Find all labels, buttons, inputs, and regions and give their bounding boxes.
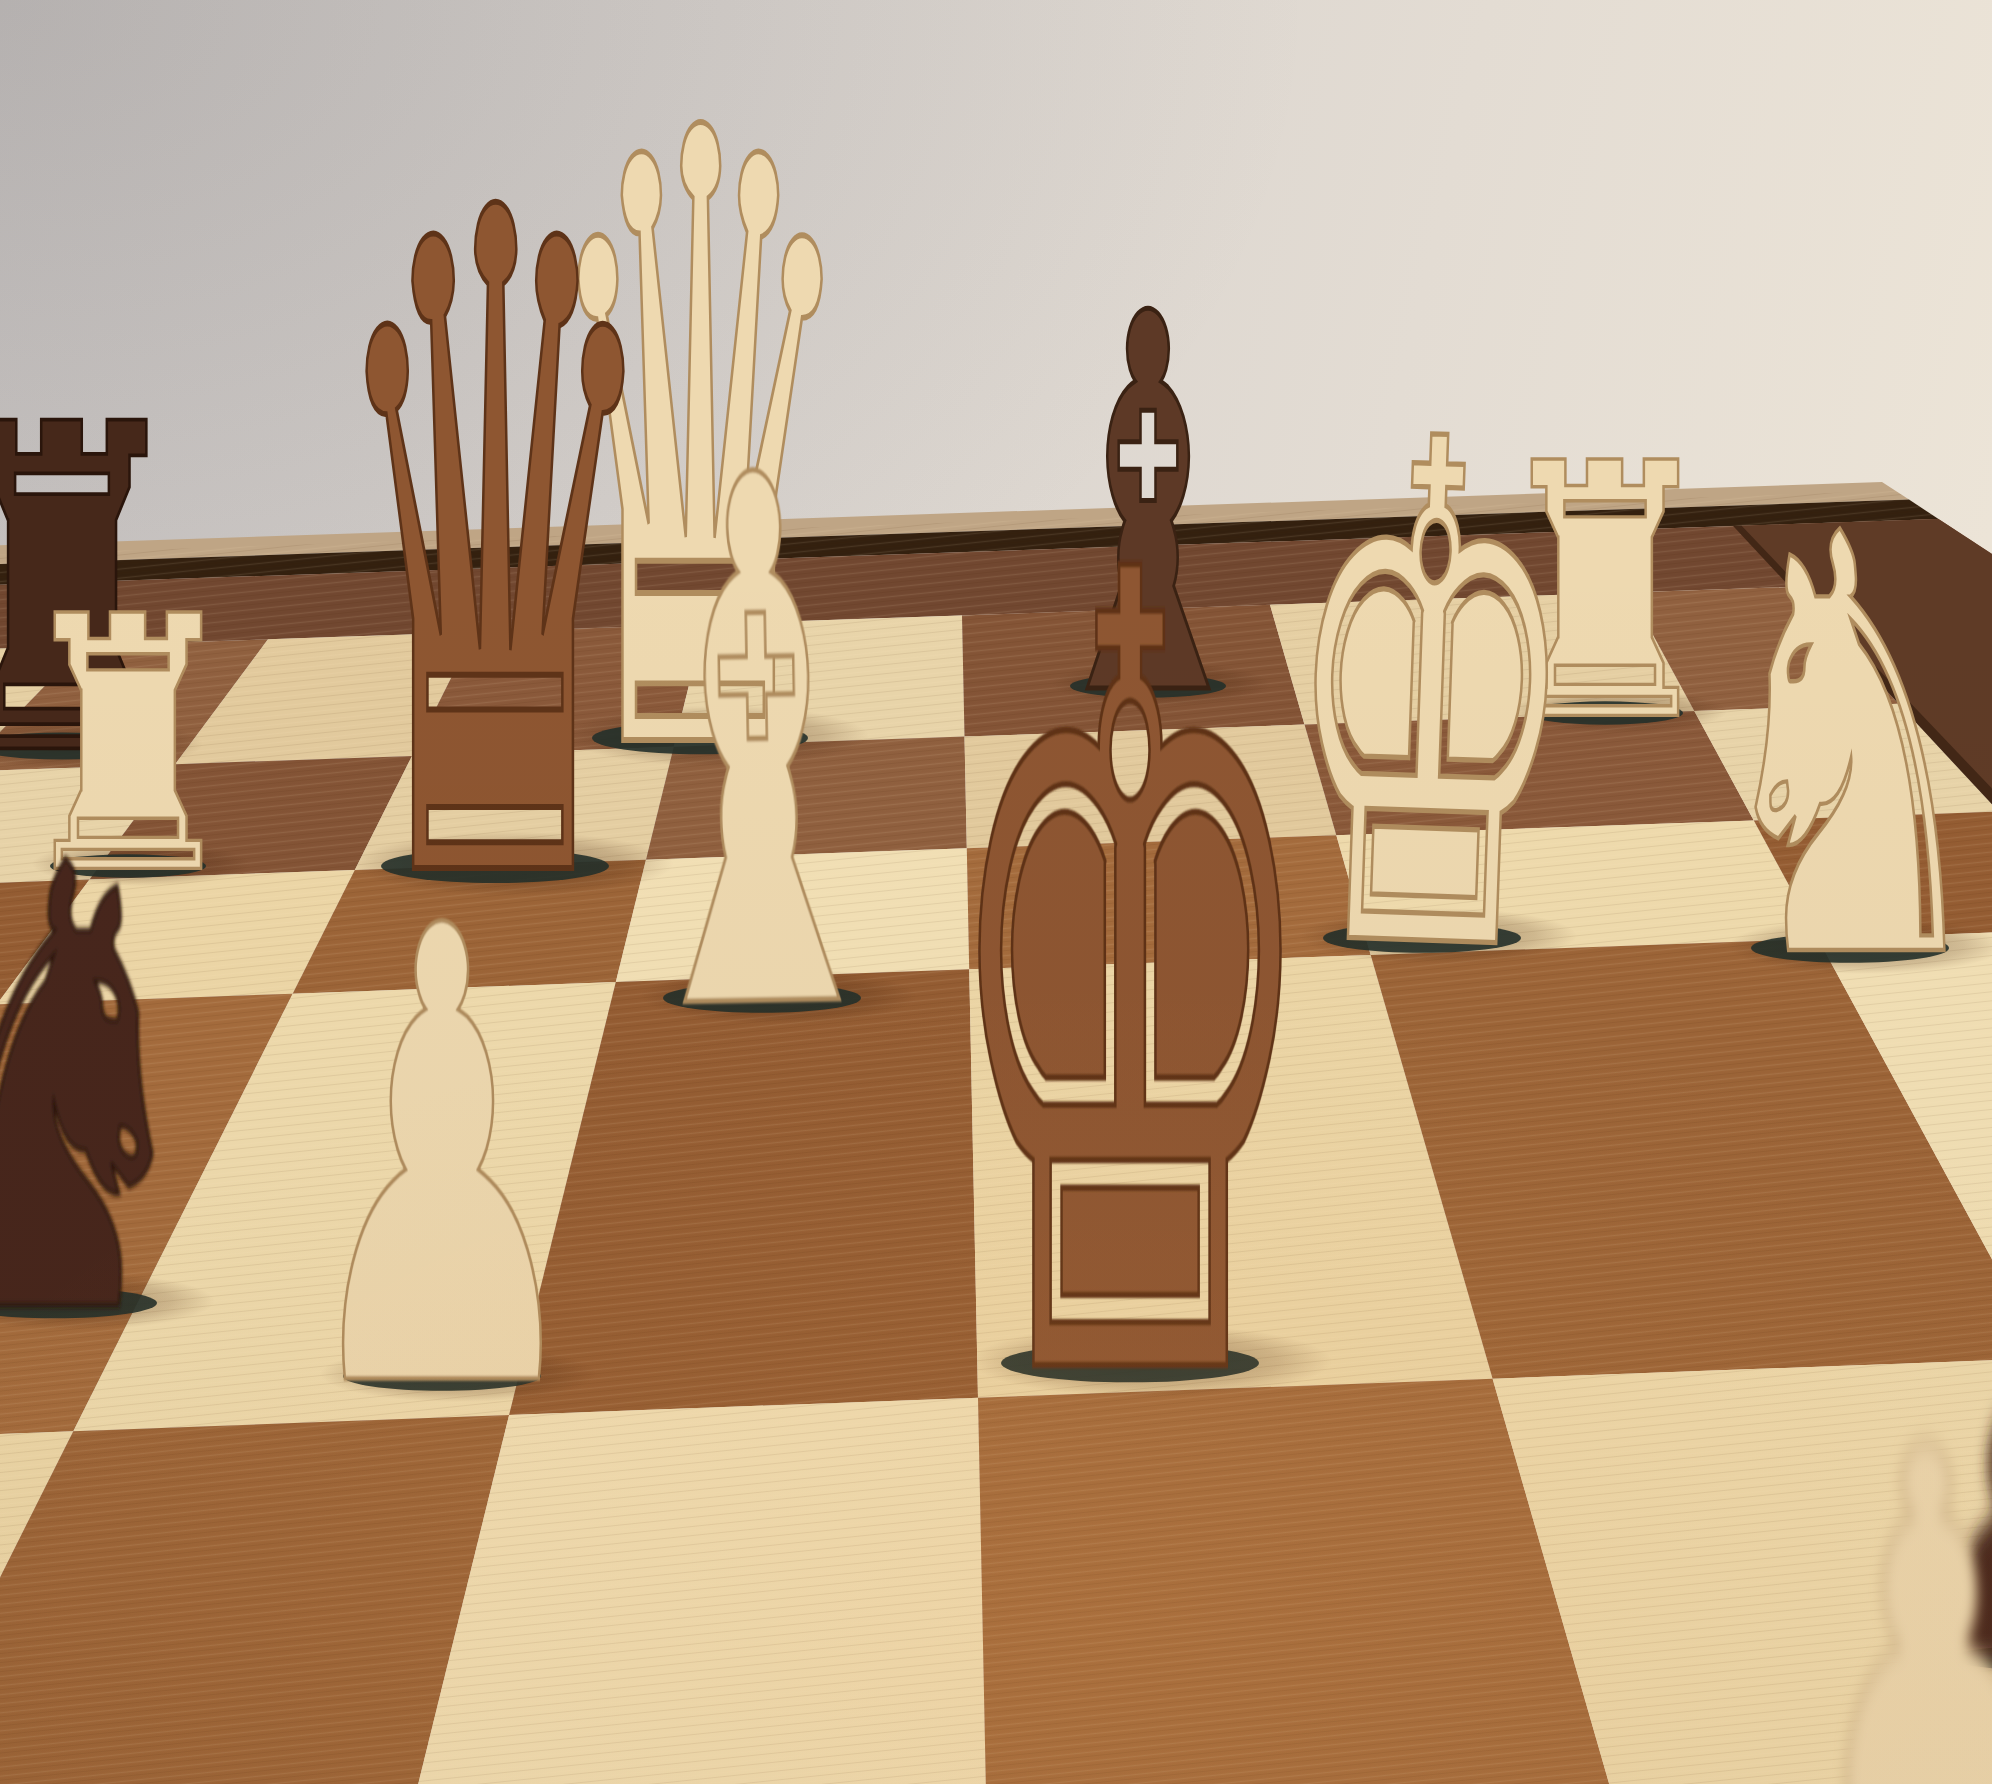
- chess-photo-scene: ♝♜♛♜♜♛♚♞♝♞♚♟♟♟: [0, 0, 1992, 1784]
- piece-white-pawn[interactable]: ♟: [1787, 1338, 1992, 1784]
- piece-white-bishop[interactable]: ♝: [602, 324, 913, 1174]
- chess-board: ♝♜♛♜♜♛♚♞♝♞♚♟♟♟: [0, 0, 1992, 1784]
- piece-white-knight[interactable]: ♞: [1702, 413, 1992, 1086]
- piece-black-king[interactable]: ♚: [937, 347, 1322, 1623]
- piece-black-knight[interactable]: ♞: [0, 736, 207, 1449]
- piece-white-pawn[interactable]: ♟: [294, 796, 590, 1526]
